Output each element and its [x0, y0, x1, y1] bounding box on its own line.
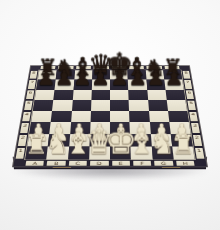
square-b1: ♞ — [47, 146, 69, 159]
coord-label-c: C — [69, 161, 87, 166]
square-c7: ♟ — [73, 80, 92, 90]
square-b6 — [54, 90, 74, 100]
square-h3 — [169, 122, 191, 134]
square-b2: ♟ — [48, 134, 70, 146]
square-b8: ♞ — [56, 70, 75, 79]
square-c1: ♝ — [68, 146, 90, 159]
coord-label-g: G — [147, 66, 162, 69]
square-f7: ♟ — [128, 80, 147, 90]
coord-label-b: B — [47, 161, 66, 166]
coord-label-2: 2 — [193, 135, 202, 146]
coord-label-c: C — [76, 66, 91, 69]
coord-label-h: H — [164, 66, 179, 69]
square-g7: ♟ — [146, 80, 165, 90]
coord-label-f: F — [129, 66, 144, 69]
square-c5 — [71, 100, 91, 111]
coord-label-d: D — [90, 161, 108, 166]
coord-label-1: 1 — [195, 148, 204, 159]
file-labels-bottom: ABCDEFGH — [24, 161, 195, 166]
square-c4 — [71, 111, 91, 122]
square-a1: ♜ — [25, 146, 48, 159]
square-g6 — [147, 90, 167, 100]
square-a8: ♜ — [38, 70, 57, 79]
square-e1: ♚ — [110, 146, 131, 159]
coord-label-3: 3 — [191, 123, 200, 133]
square-e8: ♚ — [110, 70, 128, 79]
square-a7: ♟ — [36, 80, 56, 90]
square-e2: ♟ — [110, 134, 131, 146]
square-a6 — [35, 90, 55, 100]
board-frame: ABCDEFGH ABCDEFGH 87654321 87654321 ♜♞♝♛… — [12, 65, 208, 167]
square-f4 — [129, 111, 149, 122]
square-a3 — [29, 122, 51, 134]
square-h1: ♜ — [172, 146, 195, 159]
square-b3 — [50, 122, 71, 134]
coord-label-b: B — [58, 66, 73, 69]
coord-label-d: D — [94, 66, 109, 69]
chess-set-photo: ABCDEFGH ABCDEFGH 87654321 87654321 ♜♞♝♛… — [0, 0, 220, 230]
square-d6 — [91, 90, 110, 100]
square-b4 — [51, 111, 72, 122]
coord-label-a: A — [40, 66, 55, 69]
coord-label-8: 8 — [30, 71, 38, 79]
coord-label-7: 7 — [184, 80, 192, 88]
coord-label-7: 7 — [28, 80, 36, 88]
coord-label-1: 1 — [16, 148, 25, 159]
square-d5 — [91, 100, 110, 111]
square-h5 — [166, 100, 187, 111]
square-a2: ♟ — [27, 134, 49, 146]
chess-board: ABCDEFGH ABCDEFGH 87654321 87654321 ♜♞♝♛… — [12, 65, 208, 167]
coord-label-6: 6 — [26, 90, 34, 99]
piece-white-rook: ♜ — [172, 133, 196, 158]
square-d7: ♟ — [92, 80, 110, 90]
coord-label-4: 4 — [22, 112, 31, 122]
coord-label-g: G — [154, 161, 173, 166]
square-h4 — [168, 111, 189, 122]
square-a5 — [33, 100, 54, 111]
coord-label-5: 5 — [24, 101, 32, 110]
square-g3 — [149, 122, 170, 134]
square-b7: ♟ — [55, 80, 74, 90]
square-g5 — [148, 100, 168, 111]
coord-label-3: 3 — [20, 123, 29, 133]
coord-label-2: 2 — [18, 135, 27, 146]
coord-label-4: 4 — [189, 112, 198, 122]
scene: ABCDEFGH ABCDEFGH 87654321 87654321 ♜♞♝♛… — [0, 0, 220, 230]
square-g2: ♟ — [150, 134, 172, 146]
square-c8: ♝ — [74, 70, 92, 79]
square-d8: ♛ — [92, 70, 110, 79]
coord-label-e: E — [111, 66, 126, 69]
square-f2: ♟ — [130, 134, 151, 146]
square-f6 — [128, 90, 147, 100]
coord-label-8: 8 — [183, 71, 191, 79]
square-e4 — [110, 111, 130, 122]
square-b5 — [52, 100, 72, 111]
square-d3 — [90, 122, 110, 134]
square-f3 — [130, 122, 151, 134]
square-h8: ♜ — [163, 70, 182, 79]
square-h6 — [165, 90, 185, 100]
square-e7: ♟ — [110, 80, 128, 90]
coord-label-f: F — [133, 161, 151, 166]
square-c3 — [70, 122, 91, 134]
board-grid: ♜♞♝♛♚♝♞♜♟♟♟♟♟♟♟♟♟♟♟♟♟♟♟♟♜♞♝♛♚♝♞♜ — [25, 70, 194, 159]
square-g4 — [149, 111, 170, 122]
square-d1: ♛ — [89, 146, 110, 159]
square-c6 — [72, 90, 91, 100]
square-g1: ♞ — [151, 146, 173, 159]
square-g8: ♞ — [145, 70, 164, 79]
coord-label-h: H — [176, 161, 195, 166]
coord-label-e: E — [112, 161, 130, 166]
square-d2: ♟ — [89, 134, 110, 146]
piece-white-rook: ♜ — [24, 133, 48, 158]
coord-label-6: 6 — [186, 90, 194, 99]
coord-label-5: 5 — [187, 101, 195, 110]
square-a4 — [31, 111, 52, 122]
square-f5 — [129, 100, 149, 111]
square-f8: ♝ — [128, 70, 146, 79]
square-e6 — [110, 90, 129, 100]
square-d4 — [90, 111, 110, 122]
coord-label-a: A — [25, 161, 44, 166]
square-c2: ♟ — [69, 134, 90, 146]
square-e3 — [110, 122, 130, 134]
square-e5 — [110, 100, 129, 111]
square-h2: ♟ — [170, 134, 192, 146]
square-h7: ♟ — [164, 80, 184, 90]
square-f1: ♝ — [131, 146, 153, 159]
file-labels-top: ABCDEFGH — [40, 66, 181, 69]
